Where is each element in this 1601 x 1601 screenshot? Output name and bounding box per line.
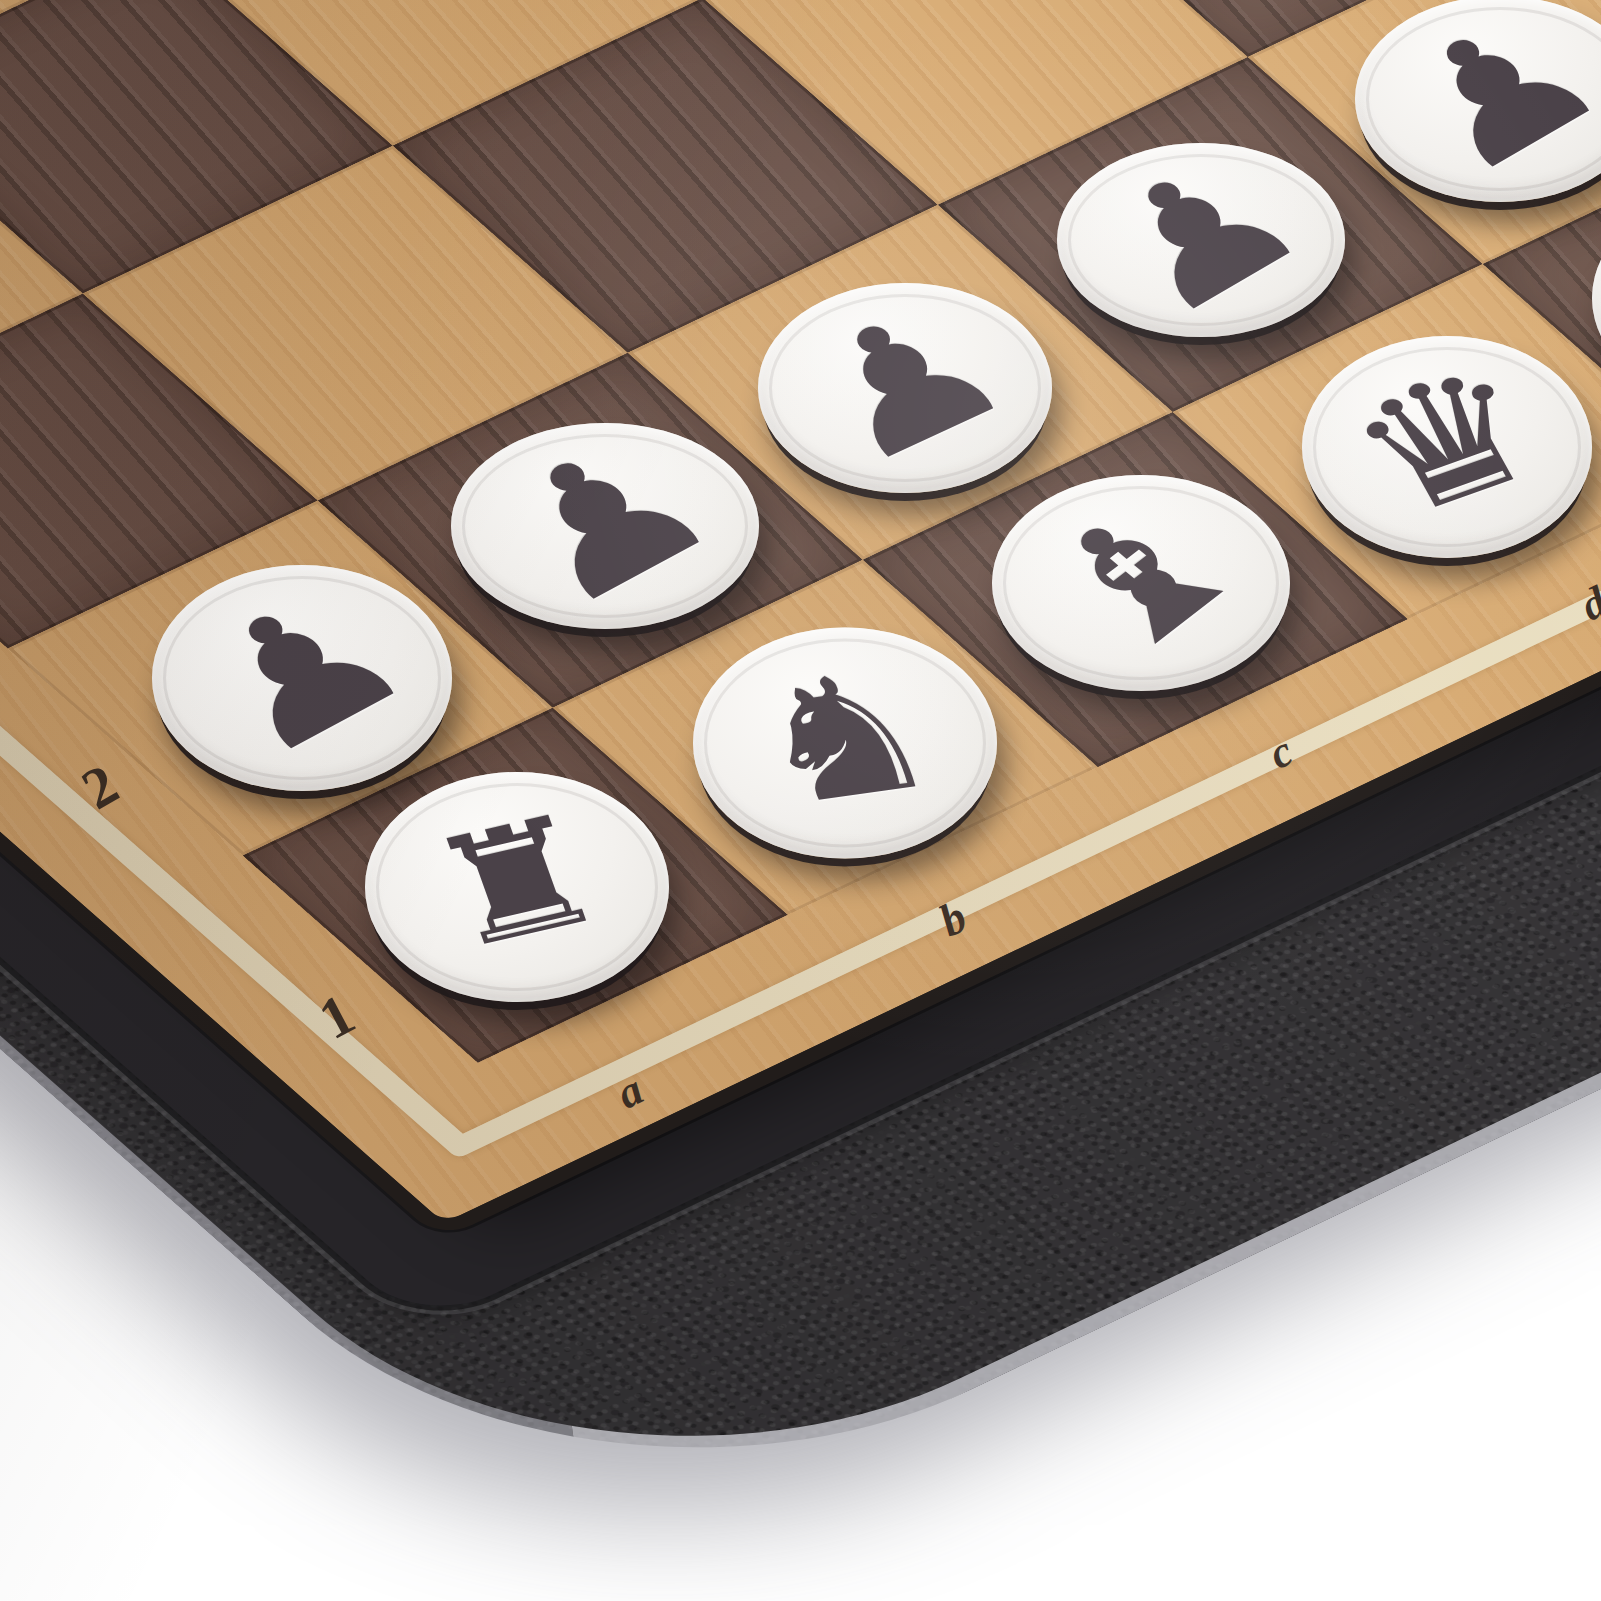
- white-knight-symbol: ♞: [736, 643, 955, 832]
- white-pawn-symbol: ♟: [1367, 0, 1601, 202]
- piece-white-pawn-e2[interactable]: ♟: [1355, 0, 1601, 202]
- piece-white-pawn-a2[interactable]: ♟: [152, 565, 452, 791]
- piece-white-pawn-c2[interactable]: ♟: [758, 283, 1052, 493]
- piece-white-rook-a1[interactable]: ♜: [365, 772, 669, 1002]
- white-pawn-symbol: ♟: [165, 561, 439, 784]
- piece-white-bishop-c1[interactable]: ♝: [992, 475, 1290, 691]
- pieces-layer: ♜♞♝♛♚♟♟♟♟♟: [0, 0, 1601, 1601]
- piece-white-pawn-d2[interactable]: ♟: [1057, 143, 1345, 337]
- piece-white-queen-d1[interactable]: ♛: [1302, 336, 1592, 558]
- piece-white-pawn-b2[interactable]: ♟: [451, 423, 759, 629]
- white-pawn-symbol: ♟: [464, 406, 745, 636]
- piece-white-knight-b1[interactable]: ♞: [693, 628, 997, 859]
- white-bishop-symbol: ♝: [1005, 469, 1277, 687]
- white-pawn-symbol: ♟: [774, 275, 1037, 492]
- photo-stage: 12abcd ♜♞♝♛♚♟♟♟♟♟: [0, 0, 1601, 1601]
- piece-white-king-e1[interactable]: ♚: [1592, 186, 1601, 410]
- white-queen-symbol: ♛: [1323, 338, 1572, 546]
- white-pawn-symbol: ♟: [1068, 127, 1333, 343]
- white-rook-symbol: ♜: [410, 791, 624, 973]
